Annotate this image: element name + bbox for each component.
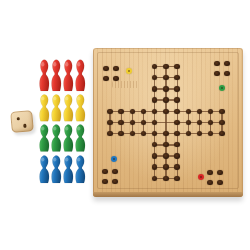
- board-cell-r10c6: [160, 162, 171, 173]
- board-cell-r6c2: [116, 117, 127, 128]
- peg-yellow-2: [50, 94, 63, 122]
- board-cell-r5c8: [183, 106, 194, 117]
- board-hole: [152, 97, 157, 102]
- peg-red-4: [74, 59, 87, 92]
- board-cell-r7c1: [104, 128, 115, 139]
- board-cell-r11c6: [160, 173, 171, 184]
- engraved-logo: [112, 81, 139, 88]
- board-cell-r7c5: [149, 128, 160, 139]
- peg-shape: [50, 59, 63, 92]
- board-edge: [93, 192, 243, 197]
- peg-blue-1: [38, 155, 51, 184]
- board-hole: [118, 109, 123, 114]
- peg-shape: [50, 94, 63, 122]
- board-hole: [141, 131, 146, 136]
- board-cell-r5c2: [116, 106, 127, 117]
- board-hole: [152, 109, 157, 114]
- board-hole: [174, 97, 179, 102]
- marker-hole-center: [128, 70, 131, 73]
- board-cell-r8c7: [172, 139, 183, 150]
- start-hole-bottom-left: [112, 179, 117, 184]
- board-hole: [163, 153, 168, 158]
- board-cell-r10c5: [149, 162, 160, 173]
- die-pip: [23, 124, 27, 128]
- board-hole: [163, 97, 168, 102]
- board-hole: [152, 153, 157, 158]
- peg-shape: [38, 59, 51, 92]
- board-hole: [130, 131, 135, 136]
- board-hole: [219, 120, 224, 125]
- peg-yellow-4: [74, 94, 87, 122]
- board-cell-r4c6: [160, 94, 171, 105]
- board-hole: [152, 164, 157, 169]
- peg-shape: [62, 59, 75, 92]
- marker-hole-center: [113, 158, 116, 161]
- board-cell-r7c6: [160, 128, 171, 139]
- board-hole: [152, 86, 157, 91]
- board-hole: [118, 131, 123, 136]
- board-cell-r7c8: [183, 128, 194, 139]
- board-cell-r4c5: [149, 94, 160, 105]
- board-cell-r8c5: [149, 139, 160, 150]
- board-hole: [197, 120, 202, 125]
- board-cell-r2c7: [172, 72, 183, 83]
- peg-shape: [38, 124, 51, 153]
- peg-blue-2: [50, 155, 63, 184]
- marker-hole-center: [200, 176, 203, 179]
- board-hole: [174, 142, 179, 147]
- board-cell-r5c5: [149, 106, 160, 117]
- peg-shape: [74, 94, 87, 122]
- board-hole: [174, 75, 179, 80]
- die-pip: [16, 117, 20, 121]
- start-hole-bottom-right: [217, 170, 222, 175]
- peg-shape: [38, 94, 51, 122]
- board-hole: [219, 131, 224, 136]
- start-hole-top-right: [224, 61, 229, 66]
- peg-yellow-1: [38, 94, 51, 122]
- product-photo: [0, 0, 250, 250]
- board-hole: [186, 120, 191, 125]
- board-cell-r6c3: [127, 117, 138, 128]
- game-board: [93, 48, 243, 197]
- peg-green-1: [38, 124, 51, 153]
- board-cell-r8c6: [160, 139, 171, 150]
- board-hole: [152, 64, 157, 69]
- board-cell-r6c11: [216, 117, 227, 128]
- peg-shape: [62, 155, 75, 184]
- board-hole: [174, 86, 179, 91]
- peg-red-2: [50, 59, 63, 92]
- board-hole: [197, 109, 202, 114]
- peg-red-1: [38, 59, 51, 92]
- board-hole: [107, 120, 112, 125]
- board-cell-r5c1: [104, 106, 115, 117]
- board-hole: [152, 142, 157, 147]
- board-cell-r9c7: [172, 150, 183, 161]
- board-hole: [186, 131, 191, 136]
- start-hole-top-left: [103, 76, 108, 81]
- board-hole: [163, 75, 168, 80]
- board-hole: [163, 164, 168, 169]
- board-cell-r6c5: [149, 117, 160, 128]
- peg-shape: [74, 59, 87, 92]
- peg-shape: [50, 155, 63, 184]
- peg-green-2: [50, 124, 63, 153]
- board-cell-r5c11: [216, 106, 227, 117]
- board-hole: [152, 131, 157, 136]
- board-cell-r6c4: [138, 117, 149, 128]
- start-hole-top-right: [214, 61, 219, 66]
- board-hole: [141, 109, 146, 114]
- start-hole-bottom-left: [102, 169, 107, 174]
- board-hole: [163, 176, 168, 181]
- board-hole: [163, 64, 168, 69]
- board-hole: [130, 120, 135, 125]
- board-hole: [186, 109, 191, 114]
- start-hole-bottom-right: [207, 170, 212, 175]
- board-cell-r4c7: [172, 94, 183, 105]
- board-cell-r3c6: [160, 83, 171, 94]
- board-cell-r5c4: [138, 106, 149, 117]
- board-cell-r6c8: [183, 117, 194, 128]
- board-cell-r1c7: [172, 61, 183, 72]
- board-hole: [197, 131, 202, 136]
- peg-shape: [74, 155, 87, 184]
- board-cell-r7c3: [127, 128, 138, 139]
- peg-shape: [38, 155, 51, 184]
- board-hole: [130, 109, 135, 114]
- board-cell-r11c7: [172, 173, 183, 184]
- board-hole: [174, 164, 179, 169]
- peg-yellow-3: [62, 94, 75, 122]
- start-hole-bottom-right: [217, 180, 222, 185]
- peg-green-4: [74, 124, 87, 153]
- start-hole-bottom-left: [102, 179, 107, 184]
- board-cell-r3c7: [172, 83, 183, 94]
- board-hole: [174, 120, 179, 125]
- board-cell-r1c6: [160, 61, 171, 72]
- board-hole: [107, 109, 112, 114]
- board-hole: [118, 120, 123, 125]
- board-hole: [174, 176, 179, 181]
- peg-shape: [74, 124, 87, 153]
- board-hole: [174, 64, 179, 69]
- board-hole: [163, 131, 168, 136]
- board-hole: [163, 86, 168, 91]
- board-cell-r2c6: [160, 72, 171, 83]
- board-cell-r6c9: [194, 117, 205, 128]
- board-hole: [163, 142, 168, 147]
- peg-red-3: [62, 59, 75, 92]
- start-hole-top-left: [113, 66, 118, 71]
- board-cell-r6c1: [104, 117, 115, 128]
- board-cell-r5c9: [194, 106, 205, 117]
- board-hole: [174, 153, 179, 158]
- board-hole: [219, 109, 224, 114]
- board-cell-r5c6: [160, 106, 171, 117]
- board-grid: [104, 61, 227, 184]
- board-hole: [152, 75, 157, 80]
- board-hole: [208, 120, 213, 125]
- peg-blue-3: [62, 155, 75, 184]
- board-cell-r6c10: [205, 117, 216, 128]
- board-hole: [141, 120, 146, 125]
- board-hole: [107, 131, 112, 136]
- start-hole-bottom-left: [112, 169, 117, 174]
- board-cell-r1c5: [149, 61, 160, 72]
- board-cell-r5c10: [205, 106, 216, 117]
- board-cell-r11c5: [149, 173, 160, 184]
- peg-shape: [50, 124, 63, 153]
- board-hole: [152, 120, 157, 125]
- board-cell-r7c4: [138, 128, 149, 139]
- board-hole: [152, 176, 157, 181]
- start-hole-top-right: [214, 71, 219, 76]
- board-cell-r7c7: [172, 128, 183, 139]
- marker-hole-center: [221, 87, 224, 90]
- board-cell-r2c5: [149, 72, 160, 83]
- board-cell-r7c11: [216, 128, 227, 139]
- board-cell-r10c7: [172, 162, 183, 173]
- start-hole-bottom-right: [207, 180, 212, 185]
- board-hole: [208, 131, 213, 136]
- board-cell-r6c7: [172, 117, 183, 128]
- board-cell-r3c5: [149, 83, 160, 94]
- peg-shape: [62, 94, 75, 122]
- board-cell-r7c10: [205, 128, 216, 139]
- start-hole-top-left: [103, 66, 108, 71]
- start-hole-top-right: [224, 71, 229, 76]
- peg-shape: [62, 124, 75, 153]
- board-hole: [208, 109, 213, 114]
- board-hole: [174, 109, 179, 114]
- board-hole: [174, 131, 179, 136]
- board-hole: [163, 109, 168, 114]
- board-cell-r7c9: [194, 128, 205, 139]
- board-cell-r9c5: [149, 150, 160, 161]
- peg-blue-4: [74, 155, 87, 184]
- die: [10, 110, 34, 133]
- board-cell-r7c2: [116, 128, 127, 139]
- peg-green-3: [62, 124, 75, 153]
- board-cell-r5c7: [172, 106, 183, 117]
- board-cell-r9c6: [160, 150, 171, 161]
- board-cell-r5c3: [127, 106, 138, 117]
